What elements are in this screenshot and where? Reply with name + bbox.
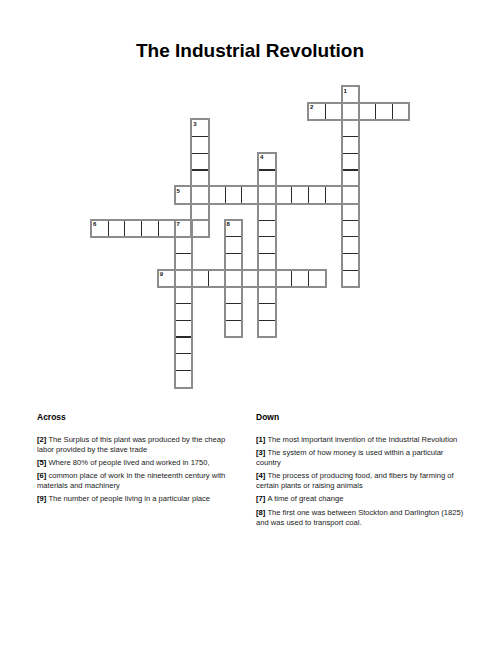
crossword-cell[interactable] [291, 186, 309, 204]
crossword-cell[interactable] [175, 370, 193, 388]
crossword-cell[interactable] [191, 119, 209, 137]
crossword-cell[interactable] [342, 270, 360, 288]
clue-5-across: [5] Where 80% of people lived and worked… [37, 458, 244, 468]
clue-8-down: [8] The first one was between Stockton a… [256, 508, 467, 528]
crossword-grid: 123456789 [91, 86, 409, 388]
crossword-cell[interactable] [191, 136, 209, 154]
crossword-cell[interactable] [191, 170, 209, 188]
crossword-cell[interactable] [258, 170, 276, 188]
crossword-cell[interactable] [191, 270, 209, 288]
crossword-cell[interactable] [108, 220, 126, 238]
crossword-cell[interactable] [275, 270, 293, 288]
crossword-cell[interactable] [258, 203, 276, 221]
page-title: The Industrial Revolution [0, 40, 500, 62]
crossword-cell[interactable] [258, 303, 276, 321]
clue-2-across: [2] The Surplus of this plant was produc… [37, 435, 244, 455]
across-clue-list: [2] The Surplus of this plant was produc… [37, 435, 244, 504]
crossword-cell[interactable] [175, 220, 193, 238]
clue-number: [8] [256, 508, 267, 517]
crossword-cell[interactable] [191, 186, 209, 204]
crossword-cell[interactable] [342, 119, 360, 137]
clue-4-down: [4] The process of producing food, and f… [256, 471, 467, 491]
crossword-cell[interactable] [225, 236, 243, 254]
crossword-cell[interactable] [175, 186, 193, 204]
crossword-cell[interactable] [291, 270, 309, 288]
clue-number: [6] [37, 471, 48, 480]
crossword-cell[interactable] [191, 203, 209, 221]
crossword-cell[interactable] [342, 253, 360, 271]
crossword-cell[interactable] [392, 103, 410, 121]
crossword-cell[interactable] [208, 186, 226, 204]
crossword-cell[interactable] [241, 186, 259, 204]
crossword-cell[interactable] [342, 170, 360, 188]
down-clues-section: Down [1] The most important invention of… [256, 412, 467, 531]
crossword-cell[interactable] [225, 320, 243, 338]
crossword-cell[interactable] [175, 270, 193, 288]
crossword-cell[interactable] [91, 220, 109, 238]
crossword-cell[interactable] [258, 236, 276, 254]
crossword-cell[interactable] [358, 103, 376, 121]
crossword-cell[interactable] [191, 153, 209, 171]
crossword-cell[interactable] [342, 220, 360, 238]
crossword-cell[interactable] [258, 153, 276, 171]
crossword-cell[interactable] [342, 86, 360, 104]
crossword-cell[interactable] [225, 286, 243, 304]
clue-3-down: [3] The system of how money is used with… [256, 448, 467, 468]
crossword-cell[interactable] [191, 220, 209, 238]
clue-number: [9] [37, 494, 48, 503]
crossword-cell[interactable] [175, 253, 193, 271]
crossword-cell[interactable] [175, 337, 193, 355]
crossword-cell[interactable] [141, 220, 159, 238]
crossword-cell[interactable] [325, 103, 343, 121]
crossword-cell[interactable] [175, 236, 193, 254]
clue-7-down: [7] A time of great change [256, 494, 467, 504]
clue-6-across: [6] common place of work in the nineteen… [37, 471, 244, 491]
crossword-cell[interactable] [175, 320, 193, 338]
crossword-cell[interactable] [308, 186, 326, 204]
crossword-cell[interactable] [342, 186, 360, 204]
crossword-cell[interactable] [258, 253, 276, 271]
crossword-cell[interactable] [375, 103, 393, 121]
crossword-cell[interactable] [225, 186, 243, 204]
crossword-cell[interactable] [342, 203, 360, 221]
crossword-cell[interactable] [258, 320, 276, 338]
crossword-cell[interactable] [275, 186, 293, 204]
clue-number: [4] [256, 471, 267, 480]
crossword-cell[interactable] [308, 270, 326, 288]
crossword-cell[interactable] [258, 286, 276, 304]
crossword-cell[interactable] [175, 303, 193, 321]
clue-number: [7] [256, 494, 267, 503]
crossword-cell[interactable] [241, 270, 259, 288]
down-clue-list: [1] The most important invention of the … [256, 435, 467, 527]
crossword-cell[interactable] [158, 220, 176, 238]
crossword-cell[interactable] [325, 186, 343, 204]
crossword-cell[interactable] [258, 186, 276, 204]
crossword-cell[interactable] [175, 286, 193, 304]
clue-1-down: [1] The most important invention of the … [256, 435, 467, 445]
crossword-cell[interactable] [342, 136, 360, 154]
across-clues-section: Across [2] The Surplus of this plant was… [37, 412, 244, 508]
crossword-cell[interactable] [258, 270, 276, 288]
crossword-cell[interactable] [342, 236, 360, 254]
across-header: Across [37, 412, 244, 422]
crossword-cell[interactable] [175, 353, 193, 371]
crossword-cell[interactable] [342, 153, 360, 171]
crossword-cell[interactable] [225, 253, 243, 271]
crossword-cell[interactable] [225, 220, 243, 238]
crossword-cell[interactable] [258, 220, 276, 238]
crossword-cell[interactable] [124, 220, 142, 238]
crossword-cell[interactable] [308, 103, 326, 121]
worksheet-page: The Industrial Revolution 123456789 Acro… [0, 0, 500, 647]
clue-number: [1] [256, 435, 267, 444]
down-header: Down [256, 412, 467, 422]
clue-number: [2] [37, 435, 48, 444]
crossword-cell[interactable] [342, 103, 360, 121]
crossword-cell[interactable] [225, 303, 243, 321]
clue-number: [3] [256, 448, 267, 457]
crossword-cell[interactable] [158, 270, 176, 288]
crossword-cell[interactable] [208, 270, 226, 288]
crossword-cell[interactable] [225, 270, 243, 288]
clue-9-across: [9] The number of people living in a par… [37, 494, 244, 504]
clue-number: [5] [37, 458, 48, 467]
